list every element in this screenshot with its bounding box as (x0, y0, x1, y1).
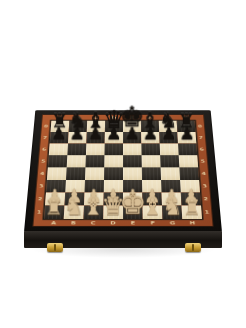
square-d4 (104, 167, 123, 179)
square-c6 (86, 143, 105, 155)
square-d5 (104, 155, 123, 167)
square-c7: ♟ (86, 132, 105, 144)
square-f4 (142, 167, 161, 179)
file-label-g: G (163, 219, 183, 227)
square-f6 (141, 143, 160, 155)
piece-black-pawn: ♟ (161, 125, 177, 142)
square-f1: ♝ (143, 206, 163, 219)
board-border: ABCDEFGH ABCDEFGH 87654321 87654321 ♜♞♝♛… (32, 115, 213, 227)
square-e1: ♚ (123, 206, 143, 219)
square-e7: ♟ (123, 132, 141, 144)
square-h4 (179, 167, 199, 179)
square-f7: ♟ (141, 132, 160, 144)
square-c5 (85, 155, 104, 167)
square-a4 (47, 167, 67, 179)
rank-label-1: 1 (201, 206, 213, 219)
square-h1: ♜ (182, 206, 203, 219)
square-g7: ♟ (159, 132, 178, 144)
rank-label-4: 4 (198, 167, 209, 179)
square-e4 (123, 167, 142, 179)
square-h6 (178, 143, 197, 155)
square-b6 (67, 143, 86, 155)
square-f5 (142, 155, 161, 167)
square-b1: ♞ (64, 206, 84, 219)
rank-label-7: 7 (195, 132, 206, 144)
square-b4 (66, 167, 85, 179)
square-h5 (179, 155, 198, 167)
rank-label-6: 6 (196, 143, 207, 155)
file-label-b: B (63, 219, 83, 227)
file-label-c: C (83, 219, 103, 227)
piece-white-knight: ♞ (63, 196, 83, 219)
square-a5 (48, 155, 67, 167)
file-label-e: E (123, 219, 143, 227)
square-a7: ♟ (50, 132, 69, 144)
square-g5 (160, 155, 179, 167)
file-label-d: D (103, 219, 123, 227)
rank-label-2: 2 (200, 193, 212, 206)
rank-label-8: 8 (195, 121, 206, 132)
file-label-a: A (43, 219, 63, 227)
brass-hinge-right (185, 243, 201, 252)
square-e5 (123, 155, 142, 167)
piece-black-pawn: ♟ (88, 125, 104, 142)
square-h7: ♟ (177, 132, 196, 144)
square-e6 (123, 143, 142, 155)
piece-black-pawn: ♟ (124, 125, 140, 142)
file-labels-bottom: ABCDEFGH (43, 219, 202, 227)
rank-label-5: 5 (197, 155, 208, 167)
square-a1: ♜ (44, 206, 65, 219)
file-label-f: F (143, 219, 163, 227)
piece-white-bishop: ♝ (142, 195, 163, 219)
square-c4 (85, 167, 104, 179)
file-label-h: H (182, 219, 202, 227)
square-g1: ♞ (162, 206, 182, 219)
piece-white-rook: ♜ (183, 198, 202, 219)
piece-black-pawn: ♟ (106, 125, 122, 142)
box-front-edge (24, 231, 222, 248)
square-b7: ♟ (68, 132, 87, 144)
board-grid: ♜♞♝♛♚♝♞♜♟♟♟♟♟♟♟♟♟♟♟♟♟♟♟♟♜♞♝♛♚♝♞♜ (44, 121, 202, 219)
square-g4 (161, 167, 180, 179)
square-b5 (67, 155, 86, 167)
square-d6 (104, 143, 123, 155)
piece-black-pawn: ♟ (51, 125, 67, 142)
piece-white-knight: ♞ (162, 196, 182, 219)
square-g6 (160, 143, 179, 155)
chess-board: ABCDEFGH ABCDEFGH 87654321 87654321 ♜♞♝♛… (24, 110, 222, 232)
brass-hinge-left (47, 243, 63, 252)
piece-white-rook: ♜ (45, 198, 64, 219)
chess-set-product-photo[interactable]: ABCDEFGH ABCDEFGH 87654321 87654321 ♜♞♝♛… (0, 0, 246, 328)
piece-black-pawn: ♟ (143, 125, 159, 142)
piece-black-pawn: ♟ (69, 125, 85, 142)
piece-black-pawn: ♟ (179, 125, 195, 142)
rank-label-3: 3 (199, 180, 211, 193)
square-a6 (49, 143, 68, 155)
photo-scene: ABCDEFGH ABCDEFGH 87654321 87654321 ♜♞♝♛… (0, 0, 246, 328)
square-d7: ♟ (105, 132, 123, 144)
